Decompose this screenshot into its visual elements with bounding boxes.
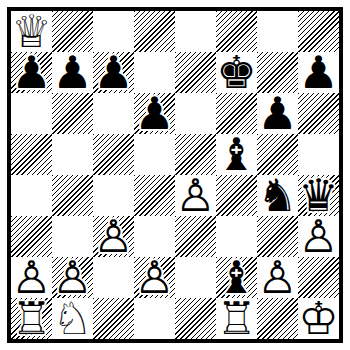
square-b4[interactable] [52,175,93,216]
square-g6[interactable]: ♟ [257,93,298,134]
black-pawn: ♟ [257,93,298,134]
square-b1[interactable]: ♞♘ [52,298,93,339]
black-pawn: ♟ [52,52,93,93]
white-knight: ♞♘ [52,298,93,339]
square-e3[interactable] [175,216,216,257]
square-g2[interactable]: ♟♙ [257,257,298,298]
board-frame: ♛♕♟♟♟♚♟♟♟♝♟♙♞♛♟♙♟♙♟♙♟♙♟♙♝♟♙♜♖♞♘♜♖♚♔ [7,7,343,343]
square-c3[interactable]: ♟♙ [93,216,134,257]
black-pawn: ♟ [93,52,134,93]
white-pawn: ♟♙ [298,216,339,257]
square-e2[interactable] [175,257,216,298]
black-pawn: ♟ [11,52,52,93]
square-e8[interactable] [175,11,216,52]
chess-diagram: ♛♕♟♟♟♚♟♟♟♝♟♙♞♛♟♙♟♙♟♙♟♙♟♙♝♟♙♜♖♞♘♜♖♚♔ [0,0,350,350]
square-h1[interactable]: ♚♔ [298,298,339,339]
square-e1[interactable] [175,298,216,339]
chess-board: ♛♕♟♟♟♚♟♟♟♝♟♙♞♛♟♙♟♙♟♙♟♙♟♙♝♟♙♜♖♞♘♜♖♚♔ [11,11,339,339]
white-pawn: ♟♙ [175,175,216,216]
square-e4[interactable]: ♟♙ [175,175,216,216]
white-pawn: ♟♙ [93,216,134,257]
square-a1[interactable]: ♜♖ [11,298,52,339]
square-a5[interactable] [11,134,52,175]
square-b6[interactable] [52,93,93,134]
square-f4[interactable] [216,175,257,216]
square-e6[interactable] [175,93,216,134]
black-knight: ♞ [257,175,298,216]
square-c6[interactable] [93,93,134,134]
square-b7[interactable]: ♟ [52,52,93,93]
square-d6[interactable]: ♟ [134,93,175,134]
square-c1[interactable] [93,298,134,339]
black-pawn: ♟ [298,52,339,93]
square-d4[interactable] [134,175,175,216]
square-b5[interactable] [52,134,93,175]
square-g8[interactable] [257,11,298,52]
white-rook: ♜♖ [216,298,257,339]
square-d8[interactable] [134,11,175,52]
square-a4[interactable] [11,175,52,216]
white-king: ♚♔ [298,298,339,339]
square-h6[interactable] [298,93,339,134]
square-c7[interactable]: ♟ [93,52,134,93]
square-c2[interactable] [93,257,134,298]
square-h3[interactable]: ♟♙ [298,216,339,257]
square-h7[interactable]: ♟ [298,52,339,93]
white-pawn: ♟♙ [257,257,298,298]
square-g1[interactable] [257,298,298,339]
square-d1[interactable] [134,298,175,339]
black-pawn: ♟ [134,93,175,134]
square-d5[interactable] [134,134,175,175]
square-a7[interactable]: ♟ [11,52,52,93]
square-c5[interactable] [93,134,134,175]
white-rook: ♜♖ [11,298,52,339]
square-f5[interactable]: ♝ [216,134,257,175]
square-e7[interactable] [175,52,216,93]
square-d2[interactable]: ♟♙ [134,257,175,298]
white-pawn: ♟♙ [134,257,175,298]
black-bishop: ♝ [216,134,257,175]
square-a6[interactable] [11,93,52,134]
black-king: ♚ [216,52,257,93]
square-f7[interactable]: ♚ [216,52,257,93]
square-g4[interactable]: ♞ [257,175,298,216]
square-f1[interactable]: ♜♖ [216,298,257,339]
